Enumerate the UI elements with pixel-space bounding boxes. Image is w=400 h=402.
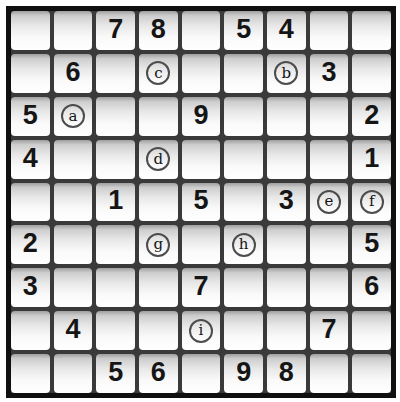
cell-r6c4[interactable]: g [139, 225, 178, 264]
cell-r5c4[interactable] [139, 183, 178, 222]
cell-r7c6[interactable] [224, 268, 263, 307]
given-digit: 2 [23, 230, 38, 257]
cell-r3c8[interactable] [310, 97, 349, 136]
circled-letter-h: h [232, 233, 256, 257]
cell-r4c9[interactable]: 1 [352, 140, 391, 179]
cell-r3c6[interactable] [224, 97, 263, 136]
given-digit: 9 [236, 359, 251, 386]
cell-r4c3[interactable] [96, 140, 135, 179]
cell-r6c8[interactable] [310, 225, 349, 264]
cell-r2c5[interactable] [182, 54, 221, 93]
given-digit: 4 [23, 145, 38, 172]
circled-letter-d: d [146, 147, 170, 171]
cell-r1c2[interactable] [54, 11, 93, 50]
cell-r9c2[interactable] [54, 354, 93, 393]
cell-r8c7[interactable] [267, 311, 306, 350]
cell-r3c2[interactable]: a [54, 97, 93, 136]
cell-r9c6[interactable]: 9 [224, 354, 263, 393]
cell-r7c8[interactable] [310, 268, 349, 307]
cell-r6c2[interactable] [54, 225, 93, 264]
cell-r3c5[interactable]: 9 [182, 97, 221, 136]
cell-r8c5[interactable]: i [182, 311, 221, 350]
cell-r5c5[interactable]: 5 [182, 183, 221, 222]
cell-r3c7[interactable] [267, 97, 306, 136]
cell-r4c6[interactable] [224, 140, 263, 179]
given-digit: 4 [279, 16, 294, 43]
cell-r8c8[interactable]: 7 [310, 311, 349, 350]
cell-r9c4[interactable]: 6 [139, 354, 178, 393]
cell-r1c3[interactable]: 7 [96, 11, 135, 50]
cell-r2c1[interactable] [11, 54, 50, 93]
circled-letter-i: i [189, 319, 213, 343]
cell-r7c5[interactable]: 7 [182, 268, 221, 307]
cell-r7c7[interactable] [267, 268, 306, 307]
given-digit: 3 [279, 187, 294, 214]
circled-letter-c: c [146, 61, 170, 85]
given-digit: 8 [151, 16, 166, 43]
cell-r3c4[interactable] [139, 97, 178, 136]
cell-r1c7[interactable]: 4 [267, 11, 306, 50]
cell-r7c3[interactable] [96, 268, 135, 307]
cell-r6c9[interactable]: 5 [352, 225, 391, 264]
cell-r6c3[interactable] [96, 225, 135, 264]
cell-r9c5[interactable] [182, 354, 221, 393]
given-digit: 5 [236, 16, 251, 43]
cell-r2c7[interactable]: b [267, 54, 306, 93]
cell-r8c6[interactable] [224, 311, 263, 350]
cell-r5c6[interactable] [224, 183, 263, 222]
cell-r9c9[interactable] [352, 354, 391, 393]
given-digit: 8 [279, 359, 294, 386]
cell-r4c5[interactable] [182, 140, 221, 179]
cell-r7c9[interactable]: 6 [352, 268, 391, 307]
cell-r4c7[interactable] [267, 140, 306, 179]
cell-r5c7[interactable]: 3 [267, 183, 306, 222]
cell-r6c7[interactable] [267, 225, 306, 264]
cell-r3c9[interactable]: 2 [352, 97, 391, 136]
cell-r9c1[interactable] [11, 354, 50, 393]
cell-r7c1[interactable]: 3 [11, 268, 50, 307]
cell-r1c8[interactable] [310, 11, 349, 50]
cell-r8c4[interactable] [139, 311, 178, 350]
given-digit: 4 [65, 316, 80, 343]
cell-r2c9[interactable] [352, 54, 391, 93]
cell-r7c4[interactable] [139, 268, 178, 307]
cell-r8c2[interactable]: 4 [54, 311, 93, 350]
cell-r5c3[interactable]: 1 [96, 183, 135, 222]
cell-r9c3[interactable]: 5 [96, 354, 135, 393]
cell-r2c4[interactable]: c [139, 54, 178, 93]
given-digit: 3 [321, 59, 336, 86]
cell-r2c8[interactable]: 3 [310, 54, 349, 93]
given-digit: 7 [108, 16, 123, 43]
given-digit: 2 [364, 102, 379, 129]
cell-r5c8[interactable]: e [310, 183, 349, 222]
given-digit: 6 [364, 273, 379, 300]
cell-r8c3[interactable] [96, 311, 135, 350]
cell-r4c2[interactable] [54, 140, 93, 179]
cell-r4c8[interactable] [310, 140, 349, 179]
cell-r3c3[interactable] [96, 97, 135, 136]
given-digit: 6 [65, 59, 80, 86]
cell-r2c6[interactable] [224, 54, 263, 93]
cell-r3c1[interactable]: 5 [11, 97, 50, 136]
cell-r1c6[interactable]: 5 [224, 11, 263, 50]
cell-r5c9[interactable]: f [352, 183, 391, 222]
circled-letter-e: e [317, 190, 341, 214]
given-digit: 5 [108, 359, 123, 386]
given-digit: 6 [151, 359, 166, 386]
given-digit: 1 [108, 187, 123, 214]
cell-r4c1[interactable]: 4 [11, 140, 50, 179]
given-digit: 5 [193, 187, 208, 214]
given-digit: 5 [364, 230, 379, 257]
cell-r1c4[interactable]: 8 [139, 11, 178, 50]
cell-r8c1[interactable] [11, 311, 50, 350]
cell-r9c7[interactable]: 8 [267, 354, 306, 393]
cell-r7c2[interactable] [54, 268, 93, 307]
circled-letter-g: g [146, 233, 170, 257]
cell-r6c1[interactable]: 2 [11, 225, 50, 264]
cell-r1c1[interactable] [11, 11, 50, 50]
cell-r5c1[interactable] [11, 183, 50, 222]
given-digit: 1 [364, 145, 379, 172]
given-digit: 5 [23, 102, 38, 129]
given-digit: 7 [321, 316, 336, 343]
cell-r6c5[interactable] [182, 225, 221, 264]
cell-r4c4[interactable]: d [139, 140, 178, 179]
sudoku-board: 78546cb35a924d1153ef2gh53764i75698 [6, 6, 396, 398]
given-digit: 3 [23, 273, 38, 300]
cell-r5c2[interactable] [54, 183, 93, 222]
given-digit: 7 [193, 273, 208, 300]
circled-letter-f: f [360, 190, 384, 214]
cell-r1c5[interactable] [182, 11, 221, 50]
circled-letter-a: a [61, 104, 85, 128]
circled-letter-b: b [274, 61, 298, 85]
cell-r1c9[interactable] [352, 11, 391, 50]
cell-r6c6[interactable]: h [224, 225, 263, 264]
given-digit: 9 [193, 102, 208, 129]
cell-r2c2[interactable]: 6 [54, 54, 93, 93]
cell-r8c9[interactable] [352, 311, 391, 350]
cell-r9c8[interactable] [310, 354, 349, 393]
cell-r2c3[interactable] [96, 54, 135, 93]
